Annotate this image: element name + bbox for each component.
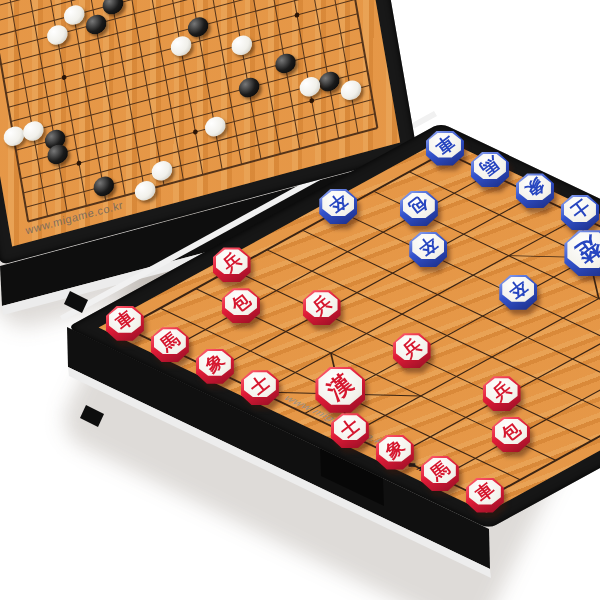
janggi-piece-character: 包 [498, 419, 523, 444]
janggi-piece-character: 包 [406, 193, 431, 218]
janggi-piece-red-soldier[interactable]: 兵 [303, 290, 341, 325]
janggi-piece-character: 漢 [324, 370, 358, 404]
janggi-piece-red-guard[interactable]: 士 [331, 413, 369, 448]
janggi-piece-blue-soldier[interactable]: 卒 [499, 275, 537, 310]
janggi-piece-red-elephant[interactable]: 象 [376, 435, 414, 470]
go-star-point [61, 74, 66, 80]
janggi-piece-character: 卒 [416, 234, 441, 259]
janggi-piece-red-general[interactable]: 漢 [315, 367, 365, 413]
janggi-piece-character: 馬 [157, 329, 182, 354]
janggi-piece-character: 象 [382, 436, 407, 461]
janggi-piece-blue-soldier[interactable]: 卒 [409, 232, 447, 267]
go-star-point [309, 98, 314, 104]
janggi-piece-character: 卒 [326, 191, 351, 216]
janggi-piece-character: 車 [432, 132, 457, 157]
janggi-piece-blue-soldier[interactable]: 卒 [319, 189, 357, 224]
go-star-point [76, 160, 81, 166]
janggi-piece-red-horse[interactable]: 馬 [421, 456, 459, 491]
janggi-piece-blue-horse[interactable]: 馬 [471, 152, 509, 187]
janggi-piece-blue-general[interactable]: 楚 [564, 230, 600, 276]
janggi-piece-character: 楚 [573, 234, 600, 268]
janggi-piece-red-chariot[interactable]: 車 [466, 478, 504, 513]
janggi-piece-character: 卒 [506, 277, 531, 302]
janggi-piece-character: 兵 [309, 292, 334, 317]
janggi-piece-red-soldier[interactable]: 兵 [213, 247, 251, 282]
janggi-box-latch-tab-2[interactable] [80, 405, 104, 427]
janggi-piece-character: 象 [522, 175, 547, 200]
janggi-piece-character: 兵 [219, 249, 244, 274]
janggi-piece-red-chariot[interactable]: 車 [106, 306, 144, 341]
janggi-piece-character: 士 [567, 197, 592, 222]
janggi-piece-character: 兵 [399, 335, 424, 360]
janggi-piece-red-cannon[interactable]: 包 [222, 288, 260, 323]
janggi-piece-red-soldier[interactable]: 兵 [393, 333, 431, 368]
janggi-piece-character: 兵 [489, 378, 514, 403]
janggi-piece-red-elephant[interactable]: 象 [196, 349, 234, 384]
janggi-piece-red-guard[interactable]: 士 [241, 370, 279, 405]
janggi-piece-blue-chariot[interactable]: 車 [426, 131, 464, 166]
janggi-piece-red-soldier[interactable]: 兵 [483, 376, 521, 411]
janggi-piece-character: 士 [247, 372, 272, 397]
janggi-piece-blue-elephant[interactable]: 象 [516, 173, 554, 208]
janggi-piece-blue-guard[interactable]: 士 [561, 195, 599, 230]
janggi-piece-red-horse[interactable]: 馬 [151, 327, 189, 362]
janggi-piece-character: 象 [202, 351, 227, 376]
janggi-piece-character: 車 [472, 479, 497, 504]
janggi-piece-character: 士 [337, 415, 362, 440]
janggi-piece-red-cannon[interactable]: 包 [492, 417, 530, 452]
janggi-piece-character: 車 [112, 308, 137, 333]
go-star-point [193, 129, 198, 135]
go-star-point [294, 12, 299, 18]
janggi-piece-character: 馬 [427, 458, 452, 483]
janggi-piece-character: 馬 [477, 154, 502, 179]
janggi-piece-character: 包 [228, 290, 253, 315]
janggi-piece-blue-cannon[interactable]: 包 [400, 191, 438, 226]
product-photo-stage: MYUNG www.migame.co.kr www.migame.co.kr … [0, 0, 600, 600]
